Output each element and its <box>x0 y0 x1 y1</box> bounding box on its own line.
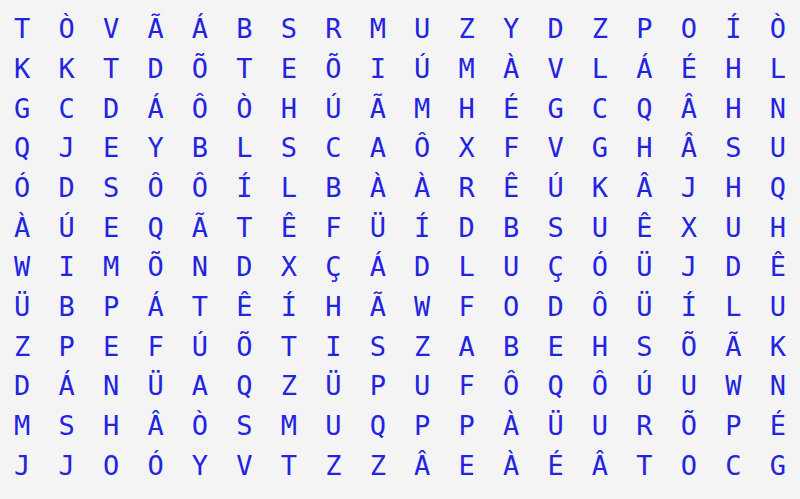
grid-cell[interactable]: S <box>222 406 266 446</box>
grid-cell[interactable]: T <box>222 207 266 247</box>
grid-cell[interactable]: C <box>44 88 88 128</box>
grid-cell[interactable]: E <box>89 207 133 247</box>
grid-cell[interactable]: L <box>444 247 488 287</box>
grid-cell[interactable]: D <box>222 247 266 287</box>
grid-cell[interactable]: Ò <box>178 406 222 446</box>
grid-cell[interactable]: Z <box>356 445 400 485</box>
grid-cell[interactable]: Õ <box>133 247 177 287</box>
grid-cell[interactable]: R <box>622 406 666 446</box>
grid-cell[interactable]: Õ <box>178 49 222 89</box>
grid-cell[interactable]: Õ <box>222 326 266 366</box>
grid-cell[interactable]: Ü <box>0 287 44 327</box>
grid-cell[interactable]: Ú <box>622 366 666 406</box>
grid-cell[interactable]: Ú <box>400 49 444 89</box>
grid-cell[interactable]: Í <box>400 207 444 247</box>
grid-cell[interactable]: Ã <box>178 207 222 247</box>
grid-cell[interactable]: Ü <box>533 406 577 446</box>
grid-cell[interactable]: Ü <box>622 247 666 287</box>
grid-cell[interactable]: Ú <box>44 207 88 247</box>
grid-cell[interactable]: Ê <box>756 247 800 287</box>
grid-cell[interactable]: Ó <box>578 247 622 287</box>
grid-cell[interactable]: À <box>0 207 44 247</box>
grid-cell[interactable]: Ê <box>267 207 311 247</box>
grid-cell[interactable]: H <box>622 128 666 168</box>
grid-cell[interactable]: Ú <box>533 168 577 208</box>
grid-cell[interactable]: B <box>311 168 355 208</box>
grid-cell[interactable]: Z <box>267 366 311 406</box>
grid-cell[interactable]: X <box>267 247 311 287</box>
grid-cell[interactable]: R <box>444 168 488 208</box>
grid-cell[interactable]: D <box>44 168 88 208</box>
grid-cell[interactable]: E <box>89 128 133 168</box>
grid-cell[interactable]: F <box>444 366 488 406</box>
grid-cell[interactable]: J <box>0 445 44 485</box>
grid-cell[interactable]: U <box>711 207 755 247</box>
grid-cell[interactable]: A <box>444 326 488 366</box>
grid-cell[interactable]: D <box>0 366 44 406</box>
grid-cell[interactable]: D <box>400 247 444 287</box>
grid-cell[interactable]: Y <box>178 445 222 485</box>
grid-cell[interactable]: M <box>444 49 488 89</box>
grid-cell[interactable]: Ã <box>133 9 177 49</box>
grid-cell[interactable]: B <box>489 326 533 366</box>
grid-cell[interactable]: H <box>711 88 755 128</box>
grid-cell[interactable]: P <box>400 406 444 446</box>
grid-cell[interactable]: Y <box>133 128 177 168</box>
grid-cell[interactable]: X <box>667 207 711 247</box>
grid-cell[interactable]: H <box>756 207 800 247</box>
grid-cell[interactable]: Á <box>356 247 400 287</box>
grid-cell[interactable]: T <box>622 445 666 485</box>
grid-cell[interactable]: S <box>711 128 755 168</box>
grid-cell[interactable]: S <box>356 326 400 366</box>
grid-cell[interactable]: J <box>667 168 711 208</box>
grid-cell[interactable]: I <box>356 49 400 89</box>
grid-cell[interactable]: À <box>489 445 533 485</box>
grid-cell[interactable]: Á <box>133 287 177 327</box>
grid-cell[interactable]: V <box>533 49 577 89</box>
grid-cell[interactable]: B <box>222 9 266 49</box>
grid-cell[interactable]: É <box>667 49 711 89</box>
grid-cell[interactable]: Ô <box>400 128 444 168</box>
grid-cell[interactable]: V <box>89 9 133 49</box>
grid-cell[interactable]: J <box>44 445 88 485</box>
grid-cell[interactable]: N <box>89 366 133 406</box>
grid-cell[interactable]: U <box>756 128 800 168</box>
grid-cell[interactable]: Z <box>0 326 44 366</box>
grid-cell[interactable]: P <box>711 406 755 446</box>
grid-cell[interactable]: W <box>711 366 755 406</box>
grid-cell[interactable]: L <box>222 128 266 168</box>
grid-cell[interactable]: Ú <box>311 88 355 128</box>
grid-cell[interactable]: Ô <box>578 287 622 327</box>
grid-cell[interactable]: Â <box>667 128 711 168</box>
grid-cell[interactable]: Ã <box>711 326 755 366</box>
grid-cell[interactable]: L <box>267 168 311 208</box>
grid-cell[interactable]: S <box>622 326 666 366</box>
grid-cell[interactable]: U <box>667 366 711 406</box>
grid-cell[interactable]: I <box>311 326 355 366</box>
grid-cell[interactable]: F <box>444 287 488 327</box>
grid-cell[interactable]: Ê <box>489 168 533 208</box>
grid-cell[interactable]: S <box>89 168 133 208</box>
grid-cell[interactable]: D <box>89 88 133 128</box>
grid-cell[interactable]: H <box>578 326 622 366</box>
grid-cell[interactable]: M <box>400 88 444 128</box>
grid-cell[interactable]: M <box>267 406 311 446</box>
grid-cell[interactable]: G <box>0 88 44 128</box>
grid-cell[interactable]: K <box>756 326 800 366</box>
grid-cell[interactable]: U <box>400 366 444 406</box>
grid-cell[interactable]: Ç <box>533 247 577 287</box>
grid-cell[interactable]: É <box>533 445 577 485</box>
grid-cell[interactable]: F <box>489 128 533 168</box>
grid-cell[interactable]: T <box>89 49 133 89</box>
grid-cell[interactable]: D <box>711 247 755 287</box>
grid-cell[interactable]: Õ <box>667 406 711 446</box>
grid-cell[interactable]: Á <box>44 366 88 406</box>
grid-cell[interactable]: Ü <box>133 366 177 406</box>
grid-cell[interactable]: Ã <box>356 88 400 128</box>
grid-cell[interactable]: H <box>711 168 755 208</box>
grid-cell[interactable]: T <box>267 445 311 485</box>
grid-cell[interactable]: P <box>89 287 133 327</box>
grid-cell[interactable]: Á <box>178 9 222 49</box>
grid-cell[interactable]: N <box>756 366 800 406</box>
grid-cell[interactable]: K <box>44 49 88 89</box>
grid-cell[interactable]: Ô <box>578 366 622 406</box>
grid-cell[interactable]: O <box>89 445 133 485</box>
grid-cell[interactable]: U <box>311 406 355 446</box>
grid-cell[interactable]: Ü <box>311 366 355 406</box>
grid-cell[interactable]: T <box>0 9 44 49</box>
grid-cell[interactable]: B <box>489 207 533 247</box>
grid-cell[interactable]: Í <box>222 168 266 208</box>
grid-cell[interactable]: Ü <box>356 207 400 247</box>
grid-cell[interactable]: H <box>444 88 488 128</box>
grid-cell[interactable]: K <box>0 49 44 89</box>
grid-cell[interactable]: T <box>178 287 222 327</box>
grid-cell[interactable]: H <box>311 287 355 327</box>
grid-cell[interactable]: P <box>44 326 88 366</box>
grid-cell[interactable]: W <box>0 247 44 287</box>
grid-cell[interactable]: Ò <box>756 9 800 49</box>
grid-cell[interactable]: Ü <box>622 287 666 327</box>
grid-cell[interactable]: K <box>578 168 622 208</box>
grid-cell[interactable]: É <box>756 406 800 446</box>
grid-cell[interactable]: E <box>533 326 577 366</box>
grid-cell[interactable]: Ã <box>356 287 400 327</box>
grid-cell[interactable]: O <box>667 445 711 485</box>
grid-cell[interactable]: Ú <box>178 326 222 366</box>
grid-cell[interactable]: Ç <box>311 247 355 287</box>
grid-cell[interactable]: É <box>489 88 533 128</box>
grid-cell[interactable]: S <box>44 406 88 446</box>
grid-cell[interactable]: Q <box>133 207 177 247</box>
grid-cell[interactable]: G <box>578 128 622 168</box>
grid-cell[interactable]: À <box>400 168 444 208</box>
grid-cell[interactable]: Q <box>622 88 666 128</box>
grid-cell[interactable]: I <box>44 247 88 287</box>
grid-cell[interactable]: O <box>667 9 711 49</box>
grid-cell[interactable]: À <box>489 406 533 446</box>
grid-cell[interactable]: D <box>533 287 577 327</box>
grid-cell[interactable]: U <box>578 207 622 247</box>
grid-cell[interactable]: C <box>311 128 355 168</box>
word-search-grid: TÒVÃÁBSRMUZYDZPOÍÒKKTDÕTEÕIÚMÀVLÁÉHLGCDÁ… <box>0 0 800 499</box>
grid-cell[interactable]: L <box>756 49 800 89</box>
grid-cell[interactable]: A <box>356 128 400 168</box>
grid-cell[interactable]: J <box>667 247 711 287</box>
grid-cell[interactable]: S <box>267 9 311 49</box>
grid-cell[interactable]: N <box>756 88 800 128</box>
grid-cell[interactable]: Í <box>667 287 711 327</box>
grid-cell[interactable]: Í <box>267 287 311 327</box>
grid-cell[interactable]: Q <box>0 128 44 168</box>
grid-cell[interactable]: M <box>0 406 44 446</box>
grid-cell[interactable]: X <box>444 128 488 168</box>
grid-cell[interactable]: U <box>489 247 533 287</box>
grid-cell[interactable]: V <box>222 445 266 485</box>
grid-cell[interactable]: Ô <box>133 168 177 208</box>
grid-cell[interactable]: T <box>222 49 266 89</box>
grid-cell[interactable]: Ò <box>222 88 266 128</box>
grid-cell[interactable]: F <box>311 207 355 247</box>
grid-cell[interactable]: T <box>267 326 311 366</box>
grid-cell[interactable]: Q <box>356 406 400 446</box>
grid-cell[interactable]: B <box>178 128 222 168</box>
grid-cell[interactable]: Ô <box>178 88 222 128</box>
grid-cell[interactable]: À <box>356 168 400 208</box>
grid-cell[interactable]: D <box>533 9 577 49</box>
grid-cell[interactable]: Z <box>578 9 622 49</box>
grid-cell[interactable]: P <box>622 9 666 49</box>
grid-cell[interactable]: U <box>756 287 800 327</box>
grid-cell[interactable]: Â <box>133 406 177 446</box>
grid-cell[interactable]: Q <box>533 366 577 406</box>
grid-cell[interactable]: H <box>89 406 133 446</box>
grid-cell[interactable]: Ó <box>133 445 177 485</box>
grid-cell[interactable]: G <box>533 88 577 128</box>
grid-cell[interactable]: Ô <box>489 366 533 406</box>
grid-cell[interactable]: J <box>44 128 88 168</box>
grid-cell[interactable]: H <box>711 49 755 89</box>
grid-cell[interactable]: Â <box>667 88 711 128</box>
grid-cell[interactable]: V <box>533 128 577 168</box>
grid-cell[interactable]: C <box>578 88 622 128</box>
grid-cell[interactable]: Â <box>578 445 622 485</box>
grid-cell[interactable]: S <box>533 207 577 247</box>
grid-cell[interactable]: G <box>756 445 800 485</box>
grid-cell[interactable]: U <box>400 9 444 49</box>
grid-cell[interactable]: Z <box>311 445 355 485</box>
grid-cell[interactable]: Õ <box>311 49 355 89</box>
grid-cell[interactable]: Â <box>400 445 444 485</box>
grid-cell[interactable]: P <box>356 366 400 406</box>
grid-cell[interactable]: Á <box>622 49 666 89</box>
grid-cell[interactable]: Â <box>622 168 666 208</box>
grid-cell[interactable]: D <box>133 49 177 89</box>
grid-cell[interactable]: Y <box>489 9 533 49</box>
grid-cell[interactable]: P <box>444 406 488 446</box>
grid-cell[interactable]: Í <box>711 9 755 49</box>
grid-cell[interactable]: Ô <box>178 168 222 208</box>
grid-cell[interactable]: R <box>311 9 355 49</box>
grid-cell[interactable]: E <box>89 326 133 366</box>
grid-cell[interactable]: Ó <box>0 168 44 208</box>
grid-cell[interactable]: Ê <box>222 287 266 327</box>
grid-cell[interactable]: Q <box>756 168 800 208</box>
grid-cell[interactable]: Z <box>400 326 444 366</box>
grid-cell[interactable]: Õ <box>667 326 711 366</box>
grid-cell[interactable]: Q <box>222 366 266 406</box>
grid-cell[interactable]: O <box>489 287 533 327</box>
grid-cell[interactable]: Z <box>444 9 488 49</box>
grid-cell[interactable]: C <box>711 445 755 485</box>
grid-cell[interactable]: M <box>89 247 133 287</box>
grid-cell[interactable]: E <box>267 49 311 89</box>
grid-cell[interactable]: S <box>267 128 311 168</box>
grid-cell[interactable]: U <box>578 406 622 446</box>
grid-cell[interactable]: Á <box>133 88 177 128</box>
grid-cell[interactable]: D <box>444 207 488 247</box>
grid-cell[interactable]: M <box>356 9 400 49</box>
grid-cell[interactable]: W <box>400 287 444 327</box>
grid-cell[interactable]: À <box>489 49 533 89</box>
grid-cell[interactable]: Ò <box>44 9 88 49</box>
grid-cell[interactable]: A <box>178 366 222 406</box>
grid-cell[interactable]: Ê <box>622 207 666 247</box>
grid-cell[interactable]: L <box>711 287 755 327</box>
grid-cell[interactable]: F <box>133 326 177 366</box>
grid-cell[interactable]: E <box>444 445 488 485</box>
grid-cell[interactable]: B <box>44 287 88 327</box>
grid-cell[interactable]: N <box>178 247 222 287</box>
grid-cell[interactable]: L <box>578 49 622 89</box>
grid-cell[interactable]: H <box>267 88 311 128</box>
